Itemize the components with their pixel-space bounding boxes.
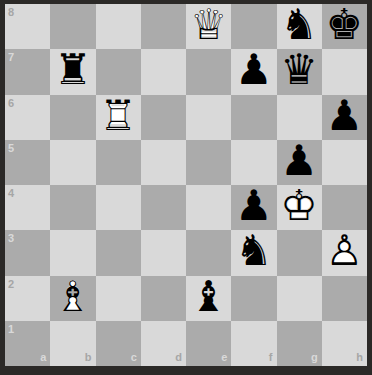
piece-outline-layer: ♗ <box>50 276 95 321</box>
board-frame: 8♛♕♞♚7♜♟︎♛6♜♖♟︎5♟︎4♟︎♚♔3♞♟︎♙︎2♝♗♝1abcdef… <box>0 0 372 375</box>
square-c8[interactable] <box>96 4 141 49</box>
square-b6[interactable] <box>50 95 95 140</box>
rank-label-2: 2 <box>8 279 14 290</box>
white-pawn-icon[interactable]: ♟︎♙︎ <box>322 230 367 275</box>
square-e1[interactable]: e <box>186 321 231 366</box>
black-rook-icon[interactable]: ♜ <box>50 49 95 94</box>
piece-solid-layer: ♟︎ <box>231 49 276 94</box>
square-b2[interactable]: ♝♗ <box>50 276 95 321</box>
square-h8[interactable]: ♚ <box>322 4 367 49</box>
piece-solid-layer: ♟︎ <box>277 140 322 185</box>
rank-label-4: 4 <box>8 188 14 199</box>
square-f2[interactable] <box>231 276 276 321</box>
square-c1[interactable]: c <box>96 321 141 366</box>
square-f7[interactable]: ♟︎ <box>231 49 276 94</box>
black-pawn-icon[interactable]: ♟︎ <box>231 185 276 230</box>
square-a8[interactable]: 8 <box>5 4 50 49</box>
square-e2[interactable]: ♝ <box>186 276 231 321</box>
file-label-b: b <box>85 352 92 363</box>
square-b7[interactable]: ♜ <box>50 49 95 94</box>
square-d8[interactable] <box>141 4 186 49</box>
square-e8[interactable]: ♛♕ <box>186 4 231 49</box>
square-d4[interactable] <box>141 185 186 230</box>
piece-solid-layer: ♛ <box>277 49 322 94</box>
square-e6[interactable] <box>186 95 231 140</box>
square-b8[interactable] <box>50 4 95 49</box>
black-bishop-icon[interactable]: ♝ <box>186 276 231 321</box>
square-h6[interactable]: ♟︎ <box>322 95 367 140</box>
square-g7[interactable]: ♛ <box>277 49 322 94</box>
white-bishop-icon[interactable]: ♝♗ <box>50 276 95 321</box>
black-queen-icon[interactable]: ♛ <box>277 49 322 94</box>
black-king-icon[interactable]: ♚ <box>322 4 367 49</box>
square-c6[interactable]: ♜♖ <box>96 95 141 140</box>
square-b1[interactable]: b <box>50 321 95 366</box>
square-c2[interactable] <box>96 276 141 321</box>
file-label-f: f <box>269 352 273 363</box>
piece-solid-layer: ♚ <box>322 4 367 49</box>
piece-solid-layer: ♞ <box>277 4 322 49</box>
piece-solid-layer: ♟︎ <box>231 185 276 230</box>
square-g4[interactable]: ♚♔ <box>277 185 322 230</box>
file-label-h: h <box>356 352 363 363</box>
square-d5[interactable] <box>141 140 186 185</box>
file-label-e: e <box>221 352 227 363</box>
piece-outline-layer: ♙︎ <box>322 230 367 275</box>
square-h2[interactable] <box>322 276 367 321</box>
square-a7[interactable]: 7 <box>5 49 50 94</box>
square-f8[interactable] <box>231 4 276 49</box>
square-h5[interactable] <box>322 140 367 185</box>
square-b3[interactable] <box>50 230 95 275</box>
square-c4[interactable] <box>96 185 141 230</box>
black-knight-icon[interactable]: ♞ <box>231 230 276 275</box>
square-a5[interactable]: 5 <box>5 140 50 185</box>
square-d2[interactable] <box>141 276 186 321</box>
square-a2[interactable]: 2 <box>5 276 50 321</box>
square-d1[interactable]: d <box>141 321 186 366</box>
white-queen-icon[interactable]: ♛♕ <box>186 4 231 49</box>
square-a6[interactable]: 6 <box>5 95 50 140</box>
square-h1[interactable]: h <box>322 321 367 366</box>
square-g5[interactable]: ♟︎ <box>277 140 322 185</box>
square-f1[interactable]: f <box>231 321 276 366</box>
rank-label-5: 5 <box>8 143 14 154</box>
rank-label-6: 6 <box>8 98 14 109</box>
piece-solid-layer: ♟︎ <box>322 95 367 140</box>
piece-solid-layer: ♞ <box>231 230 276 275</box>
black-knight-icon[interactable]: ♞ <box>277 4 322 49</box>
square-a3[interactable]: 3 <box>5 230 50 275</box>
square-h3[interactable]: ♟︎♙︎ <box>322 230 367 275</box>
rank-label-1: 1 <box>8 324 14 335</box>
piece-outline-layer: ♕ <box>186 4 231 49</box>
square-a4[interactable]: 4 <box>5 185 50 230</box>
rank-label-3: 3 <box>8 233 14 244</box>
rank-label-8: 8 <box>8 7 14 18</box>
square-g6[interactable] <box>277 95 322 140</box>
square-g8[interactable]: ♞ <box>277 4 322 49</box>
black-pawn-icon[interactable]: ♟︎ <box>322 95 367 140</box>
square-d6[interactable] <box>141 95 186 140</box>
square-b4[interactable] <box>50 185 95 230</box>
square-f3[interactable]: ♞ <box>231 230 276 275</box>
piece-solid-layer: ♜ <box>50 49 95 94</box>
square-h4[interactable] <box>322 185 367 230</box>
square-e7[interactable] <box>186 49 231 94</box>
square-c7[interactable] <box>96 49 141 94</box>
square-f6[interactable] <box>231 95 276 140</box>
file-label-d: d <box>175 352 182 363</box>
file-label-a: a <box>40 352 46 363</box>
rank-label-7: 7 <box>8 52 14 63</box>
black-pawn-icon[interactable]: ♟︎ <box>277 140 322 185</box>
square-a1[interactable]: 1a <box>5 321 50 366</box>
white-rook-icon[interactable]: ♜♖ <box>96 95 141 140</box>
piece-outline-layer: ♔ <box>277 185 322 230</box>
square-h7[interactable] <box>322 49 367 94</box>
white-king-icon[interactable]: ♚♔ <box>277 185 322 230</box>
square-f4[interactable]: ♟︎ <box>231 185 276 230</box>
black-pawn-icon[interactable]: ♟︎ <box>231 49 276 94</box>
square-f5[interactable] <box>231 140 276 185</box>
square-g2[interactable] <box>277 276 322 321</box>
square-d3[interactable] <box>141 230 186 275</box>
square-d7[interactable] <box>141 49 186 94</box>
square-c5[interactable] <box>96 140 141 185</box>
square-g1[interactable]: g <box>277 321 322 366</box>
piece-solid-layer: ♝ <box>186 276 231 321</box>
file-label-c: c <box>131 352 137 363</box>
piece-outline-layer: ♖ <box>96 95 141 140</box>
square-e5[interactable] <box>186 140 231 185</box>
square-g3[interactable] <box>277 230 322 275</box>
square-c3[interactable] <box>96 230 141 275</box>
square-e4[interactable] <box>186 185 231 230</box>
square-b5[interactable] <box>50 140 95 185</box>
file-label-g: g <box>311 352 318 363</box>
square-e3[interactable] <box>186 230 231 275</box>
chess-board: 8♛♕♞♚7♜♟︎♛6♜♖♟︎5♟︎4♟︎♚♔3♞♟︎♙︎2♝♗♝1abcdef… <box>5 4 367 366</box>
